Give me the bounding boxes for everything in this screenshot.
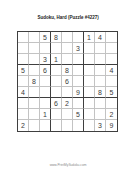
- cell-r7c7: [84, 98, 95, 109]
- cell-r1c5: [62, 32, 73, 43]
- cell-r4c1: 5: [18, 65, 29, 76]
- cell-r5c2: 8: [29, 76, 40, 87]
- cell-r9c3: [40, 120, 51, 131]
- cell-r7c6: [73, 98, 84, 109]
- puzzle-title: Sudoku, Hard (Puzzle #4227): [37, 15, 98, 20]
- cell-r3c4: 1: [51, 54, 62, 65]
- cell-r4c2: [29, 65, 40, 76]
- cell-r3c9: [106, 54, 117, 65]
- cell-r2c3: [40, 43, 51, 54]
- cell-r5c8: [95, 76, 106, 87]
- cell-r1c7: 1: [84, 32, 95, 43]
- cell-r4c5: 8: [62, 65, 73, 76]
- cell-r8c9: 2: [106, 109, 117, 120]
- cell-r1c9: [106, 32, 117, 43]
- cell-r7c5: 2: [62, 98, 73, 109]
- cell-r9c4: [51, 120, 62, 131]
- cell-r7c1: [18, 98, 29, 109]
- cell-r1c2: [29, 32, 40, 43]
- cell-r3c1: [18, 54, 29, 65]
- cell-r8c6: 5: [73, 109, 84, 120]
- cell-r6c1: 4: [18, 87, 29, 98]
- cell-r4c4: [51, 65, 62, 76]
- cell-r8c4: [51, 109, 62, 120]
- cell-r4c3: 6: [40, 65, 51, 76]
- cell-r7c8: [95, 98, 106, 109]
- cell-r9c8: 3: [95, 120, 106, 131]
- cell-r3c3: 3: [40, 54, 51, 65]
- cell-r3c8: [95, 54, 106, 65]
- cell-r2c1: [18, 43, 29, 54]
- cell-r3c2: [29, 54, 40, 65]
- cell-r5c3: [40, 76, 51, 87]
- cell-r8c5: [62, 109, 73, 120]
- cell-r5c6: [73, 76, 84, 87]
- cell-r6c2: [29, 87, 40, 98]
- cell-r6c7: [84, 87, 95, 98]
- cell-r4c8: [95, 65, 106, 76]
- page-header: Sudoku, Hard (Puzzle #4227): [0, 10, 136, 24]
- cell-r2c7: [84, 43, 95, 54]
- cell-r2c9: [106, 43, 117, 54]
- cell-r4c9: 4: [106, 65, 117, 76]
- cell-r5c1: [18, 76, 29, 87]
- cell-r5c4: [51, 76, 62, 87]
- cell-r7c2: [29, 98, 40, 109]
- cell-r9c6: [73, 120, 84, 131]
- cell-r6c4: [51, 87, 62, 98]
- cell-r9c9: 9: [106, 120, 117, 131]
- cell-r3c6: [73, 54, 84, 65]
- cell-r3c7: [84, 54, 95, 65]
- cell-r3c5: [62, 54, 73, 65]
- cell-r8c3: 1: [40, 109, 51, 120]
- cell-r6c9: 5: [106, 87, 117, 98]
- cell-r4c7: [84, 65, 95, 76]
- cell-r2c6: 3: [73, 43, 84, 54]
- cell-r1c3: 5: [40, 32, 51, 43]
- cell-r7c4: 6: [51, 98, 62, 109]
- cell-r2c8: [95, 43, 106, 54]
- cell-r4c6: [73, 65, 84, 76]
- cell-r8c8: [95, 109, 106, 120]
- cell-r8c2: [29, 109, 40, 120]
- cell-r6c5: [62, 87, 73, 98]
- cell-r5c7: [84, 76, 95, 87]
- cell-r9c7: [84, 120, 95, 131]
- cell-r6c3: [40, 87, 51, 98]
- cell-r8c1: [18, 109, 29, 120]
- cell-r9c5: [62, 120, 73, 131]
- cell-r2c2: [29, 43, 40, 54]
- cell-r1c8: 4: [95, 32, 106, 43]
- cell-r6c8: 8: [95, 87, 106, 98]
- cell-r9c2: [29, 120, 40, 131]
- footer-url: www.PrintMySudoku.com: [50, 163, 87, 167]
- cell-r6c6: 9: [73, 87, 84, 98]
- cell-r2c5: [62, 43, 73, 54]
- cell-r1c6: [73, 32, 84, 43]
- cell-r5c5: 6: [62, 76, 73, 87]
- cell-r1c4: 8: [51, 32, 62, 43]
- sudoku-grid: 5814331568486498562152239: [17, 31, 118, 132]
- cell-r9c1: 2: [18, 120, 29, 131]
- cell-r8c7: [84, 109, 95, 120]
- cell-r5c9: [106, 76, 117, 87]
- page-footer: www.PrintMySudoku.com: [0, 158, 136, 172]
- cell-r1c1: [18, 32, 29, 43]
- cell-r7c9: [106, 98, 117, 109]
- cell-r7c3: [40, 98, 51, 109]
- cell-r2c4: [51, 43, 62, 54]
